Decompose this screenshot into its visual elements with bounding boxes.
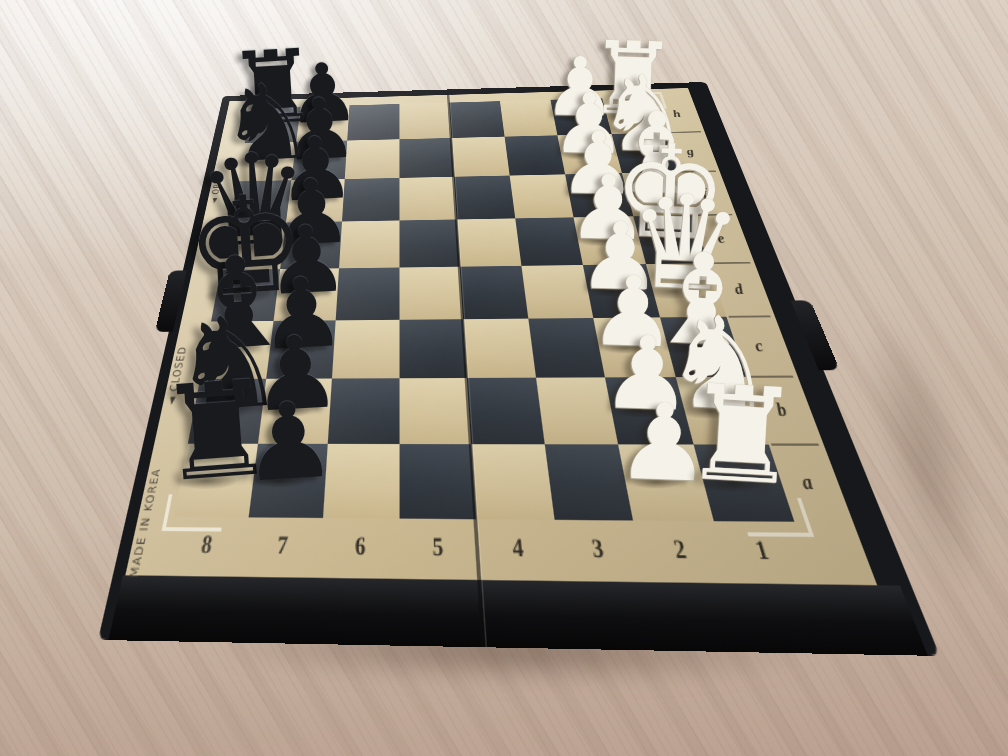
square-b5 <box>399 378 471 444</box>
square-h6 <box>347 104 399 141</box>
square-f5 <box>399 177 457 221</box>
chess-board: 87654321hgfedcba ◄ OPEN ◄ CLOSED MADE IN… <box>98 82 940 656</box>
square-g3 <box>504 135 565 175</box>
square-d7 <box>273 268 339 321</box>
square-h5 <box>399 103 451 140</box>
square-d6 <box>336 268 399 321</box>
square-e3 <box>515 217 583 265</box>
desk-surface: 87654321hgfedcba ◄ OPEN ◄ CLOSED MADE IN… <box>0 0 1008 756</box>
rank-label-4: 4 <box>511 533 525 564</box>
square-b3 <box>535 377 618 444</box>
square-g7 <box>291 141 347 181</box>
square-e4 <box>457 218 521 266</box>
corner-bracket-bottom-left <box>162 494 227 531</box>
square-d4 <box>460 266 528 319</box>
square-c7 <box>266 320 336 378</box>
square-h7 <box>296 105 350 141</box>
square-b7 <box>257 379 332 444</box>
square-d8 <box>211 269 280 321</box>
square-c3 <box>528 318 605 378</box>
square-f6 <box>342 178 399 222</box>
square-d5 <box>399 267 463 320</box>
square-a7 <box>248 444 328 518</box>
board-near-edge-face <box>108 575 927 655</box>
square-c4 <box>463 319 535 378</box>
corner-bracket-top-right <box>620 92 667 110</box>
board-latch-right <box>791 300 840 370</box>
rank-label-6: 6 <box>354 531 366 561</box>
file-label-separator <box>771 443 819 445</box>
corner-bracket-bottom-right <box>737 498 814 537</box>
square-e6 <box>339 220 399 268</box>
square-f8 <box>230 180 291 223</box>
square-b6 <box>328 378 399 444</box>
square-a4 <box>471 444 554 520</box>
square-g6 <box>345 139 399 179</box>
square-h2 <box>550 98 611 135</box>
square-c5 <box>399 319 467 378</box>
square-d3 <box>521 265 593 319</box>
square-a6 <box>323 444 399 519</box>
square-e8 <box>221 222 286 269</box>
file-label-separator <box>748 376 793 378</box>
square-c6 <box>332 320 399 379</box>
square-g5 <box>399 138 454 178</box>
square-e5 <box>399 219 460 267</box>
square-f7 <box>286 179 345 222</box>
square-a5 <box>399 444 476 519</box>
square-g8 <box>238 142 296 182</box>
square-c8 <box>200 321 273 379</box>
rank-label-5: 5 <box>432 532 444 562</box>
square-f3 <box>509 174 573 218</box>
square-h3 <box>500 100 558 137</box>
file-label-separator <box>728 315 770 317</box>
square-e7 <box>280 221 342 269</box>
corner-bracket-top-left <box>243 103 285 120</box>
square-f4 <box>454 176 515 220</box>
square-b8 <box>188 379 266 444</box>
square-h4 <box>449 101 504 138</box>
square-g4 <box>451 137 509 177</box>
square-b4 <box>467 378 544 445</box>
